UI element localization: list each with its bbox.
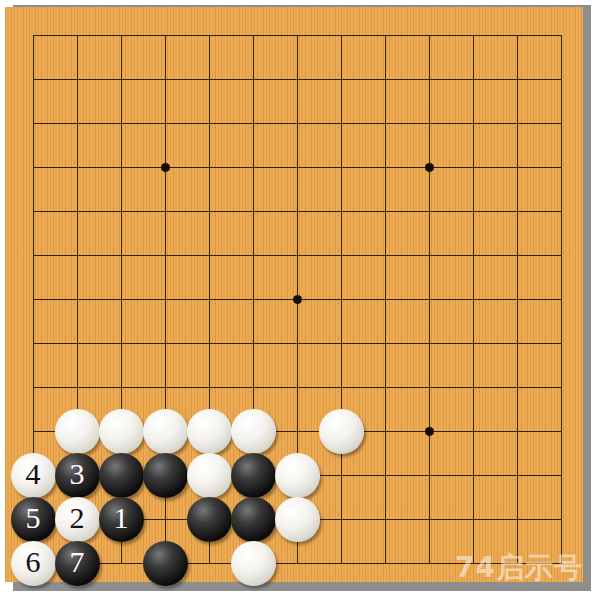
stone-white <box>187 409 232 454</box>
stone-white <box>275 497 320 542</box>
stone-black: 3 <box>55 453 100 498</box>
stone-white <box>231 541 276 586</box>
move-number: 4 <box>26 459 41 489</box>
stone-white: 4 <box>11 453 56 498</box>
stone-black <box>231 453 276 498</box>
stone-white <box>319 409 364 454</box>
stone-black <box>143 541 188 586</box>
move-number: 3 <box>70 459 85 489</box>
stone-white <box>143 409 188 454</box>
stone-white <box>99 409 144 454</box>
stone-black: 5 <box>11 497 56 542</box>
move-number: 7 <box>70 547 85 577</box>
stone-black <box>231 497 276 542</box>
stone-white <box>275 453 320 498</box>
move-number: 6 <box>26 547 41 577</box>
stone-black <box>99 453 144 498</box>
stone-black: 7 <box>55 541 100 586</box>
move-number: 1 <box>114 503 129 533</box>
stone-white <box>231 409 276 454</box>
stone-black <box>143 453 188 498</box>
move-number: 5 <box>26 503 41 533</box>
star-point <box>425 163 434 172</box>
stone-white: 2 <box>55 497 100 542</box>
stone-black: 1 <box>99 497 144 542</box>
star-point <box>161 163 170 172</box>
star-point <box>293 295 302 304</box>
stone-white <box>187 453 232 498</box>
go-board: 4352167 <box>5 7 583 582</box>
stone-black <box>187 497 232 542</box>
watermark: 74启示号 <box>455 549 583 587</box>
move-number: 2 <box>70 503 85 533</box>
star-point <box>425 427 434 436</box>
stone-white: 6 <box>11 541 56 586</box>
stone-white <box>55 409 100 454</box>
